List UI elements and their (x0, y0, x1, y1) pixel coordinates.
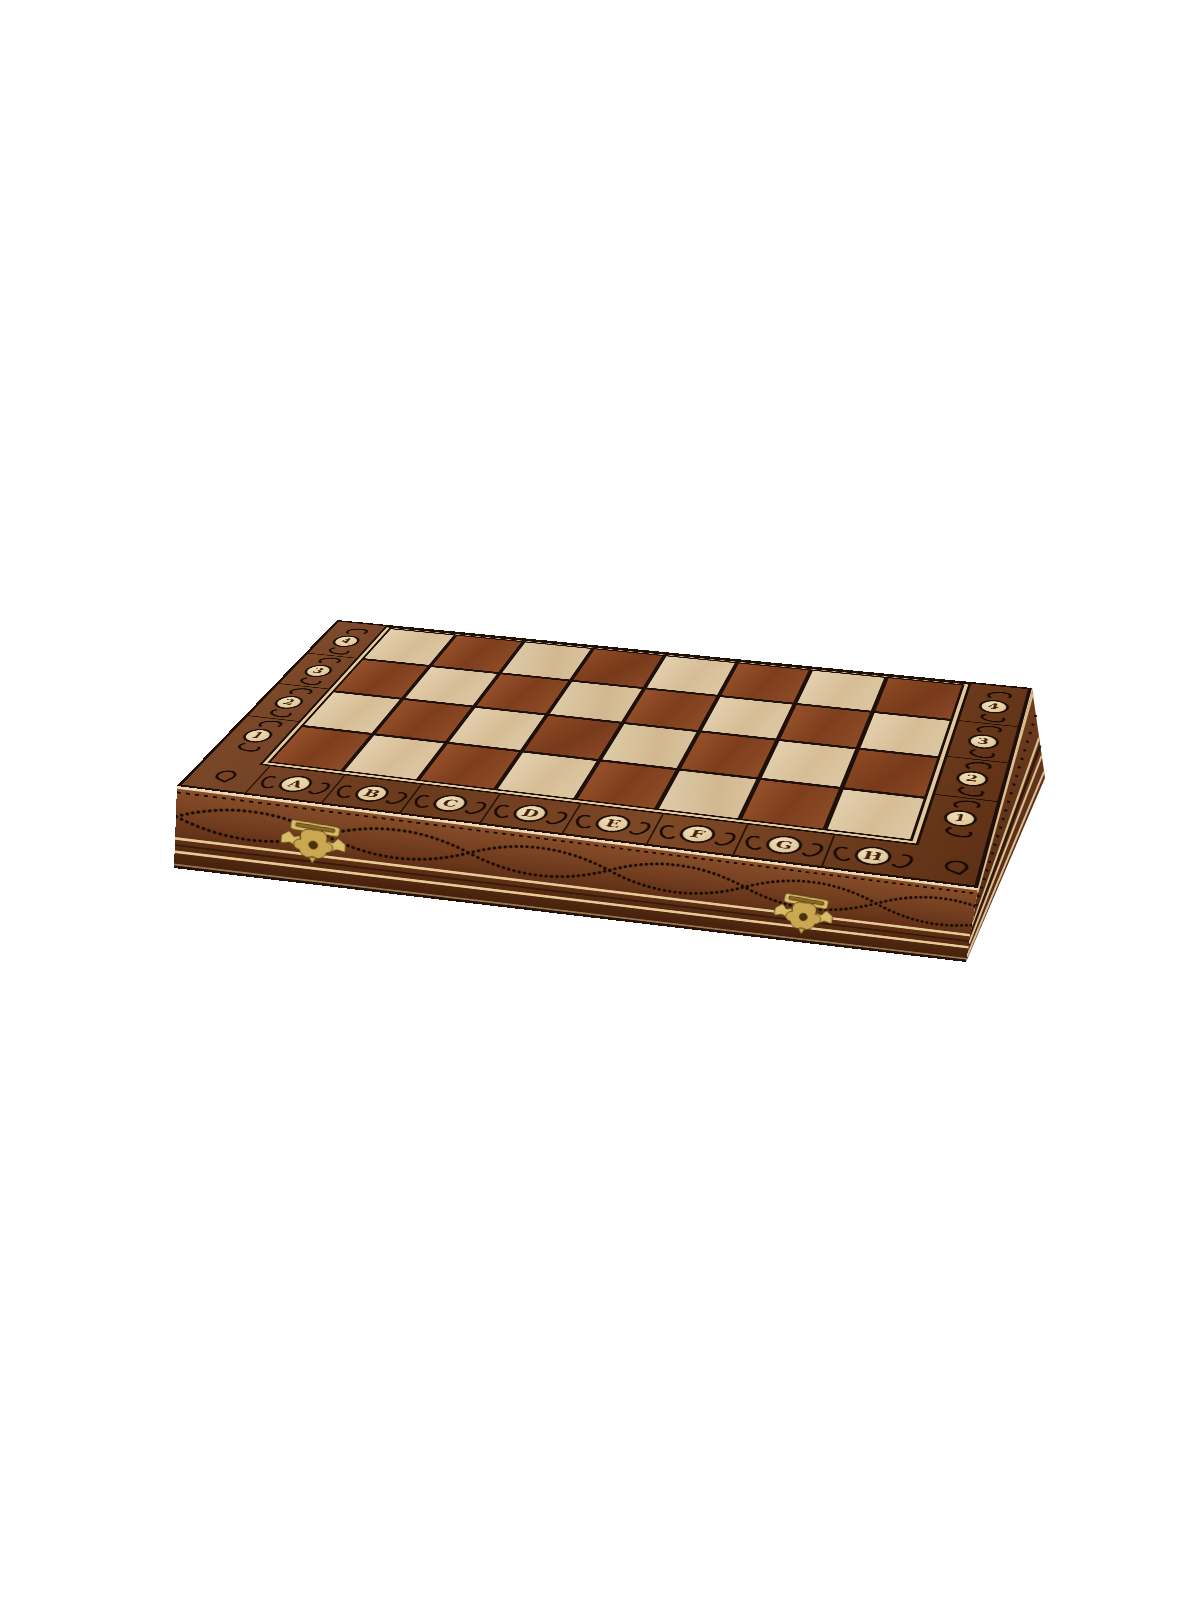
coordinate-label: B (350, 784, 394, 804)
square-h2 (844, 750, 937, 796)
coordinate-label: 2 (270, 695, 307, 710)
square-d4 (574, 649, 662, 687)
coordinate-label: E (591, 813, 634, 834)
coordinate-label: G (763, 834, 806, 856)
scroll-curl-icon (211, 768, 241, 782)
square-e3 (625, 689, 716, 730)
square-h1 (827, 789, 923, 839)
coordinate-label: H (852, 845, 895, 868)
square-g3 (780, 705, 870, 747)
scroll-curl-icon (940, 858, 973, 875)
square-f3 (702, 697, 792, 739)
coordinate-label: D (509, 803, 552, 824)
square-g2 (762, 741, 855, 786)
square-h4 (875, 678, 961, 718)
coordinate-label: A (273, 774, 317, 793)
square-g4 (797, 671, 884, 711)
coordinate-label: 3 (966, 733, 1001, 750)
product-photo-stage: 4321 4321 ABCDEFGH (0, 0, 1200, 1600)
square-e2 (602, 724, 696, 768)
square-g1 (742, 780, 839, 829)
coordinate-label: 1 (238, 727, 277, 743)
square-f2 (681, 732, 775, 777)
square-f4 (721, 663, 808, 702)
coordinate-label: C (428, 793, 472, 813)
square-e1 (577, 761, 675, 808)
square-e4 (647, 656, 735, 694)
square-h3 (860, 713, 949, 756)
coordinate-label: 4 (328, 634, 363, 648)
brass-clasp-right (766, 889, 842, 940)
rank-label-1: 1 (922, 795, 997, 842)
square-f1 (659, 770, 756, 818)
border-corner-ornament (912, 846, 999, 888)
coordinate-label: 4 (977, 699, 1011, 715)
brass-clasp-left (273, 815, 354, 870)
coordinate-label: 1 (941, 808, 978, 828)
coordinate-label: 2 (954, 769, 990, 787)
coordinate-label: F (676, 823, 719, 845)
coordinate-label: 3 (300, 664, 336, 678)
